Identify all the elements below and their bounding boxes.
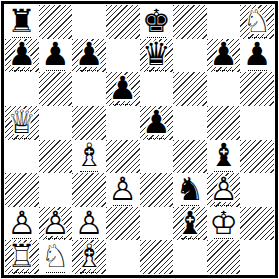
square-g7[interactable]: ♟♟: [207, 39, 241, 73]
piece-glyph: ♙: [106, 173, 140, 207]
piece-white-b-c1[interactable]: ♝♗: [72, 240, 106, 274]
piece-white-q-a5[interactable]: ♛♕: [5, 106, 39, 140]
piece-white-p-c2[interactable]: ♟♙: [72, 207, 106, 241]
piece-glyph: ♟: [39, 39, 73, 73]
square-c1[interactable]: ♝♗: [72, 240, 106, 274]
square-f5[interactable]: [173, 106, 207, 140]
piece-white-r-a1[interactable]: ♜♖: [5, 240, 39, 274]
square-d5[interactable]: [106, 106, 140, 140]
square-c3[interactable]: [72, 173, 106, 207]
piece-black-p-h7[interactable]: ♟♟: [240, 39, 274, 73]
square-e8[interactable]: ♚♚: [140, 5, 174, 39]
piece-black-p-c7[interactable]: ♟♟: [72, 39, 106, 73]
square-h7[interactable]: ♟♟: [240, 39, 274, 73]
piece-glyph: ♟: [140, 106, 174, 140]
square-c7[interactable]: ♟♟: [72, 39, 106, 73]
square-c5[interactable]: [72, 106, 106, 140]
piece-glyph: ♘: [240, 5, 274, 39]
square-g1[interactable]: [207, 240, 241, 274]
piece-black-p-d6[interactable]: ♟♟: [106, 72, 140, 106]
piece-glyph: ♟: [240, 39, 274, 73]
square-d7[interactable]: [106, 39, 140, 73]
square-f7[interactable]: [173, 39, 207, 73]
piece-glyph: ♗: [72, 140, 106, 174]
square-a6[interactable]: [5, 72, 39, 106]
piece-glyph: ♝: [173, 207, 207, 241]
square-b3[interactable]: [39, 173, 73, 207]
square-a1[interactable]: ♜♖: [5, 240, 39, 274]
square-h5[interactable]: [240, 106, 274, 140]
square-a7[interactable]: ♟♟: [5, 39, 39, 73]
chess-board: ♜♜♚♚♞♘♟♟♟♟♟♟♛♛♟♟♟♟♟♟♛♕♟♟♝♗♝♝♟♙♞♞♟♙♟♙♟♙♟♙…: [5, 5, 274, 274]
piece-black-q-e7[interactable]: ♛♛: [140, 39, 174, 73]
square-h8[interactable]: ♞♘: [240, 5, 274, 39]
piece-glyph: ♟: [106, 72, 140, 106]
square-b2[interactable]: ♟♙: [39, 207, 73, 241]
piece-white-p-b2[interactable]: ♟♙: [39, 207, 73, 241]
square-b7[interactable]: ♟♟: [39, 39, 73, 73]
piece-glyph: ♕: [5, 106, 39, 140]
square-d3[interactable]: ♟♙: [106, 173, 140, 207]
square-e6[interactable]: [140, 72, 174, 106]
square-b1[interactable]: ♞♘: [39, 240, 73, 274]
piece-black-p-g7[interactable]: ♟♟: [207, 39, 241, 73]
square-b5[interactable]: [39, 106, 73, 140]
piece-glyph: ♟: [207, 39, 241, 73]
square-h2[interactable]: [240, 207, 274, 241]
piece-glyph: ♙: [39, 207, 73, 241]
square-d4[interactable]: [106, 140, 140, 174]
square-c8[interactable]: [72, 5, 106, 39]
square-e1[interactable]: [140, 240, 174, 274]
piece-black-n-f3[interactable]: ♞♞: [173, 173, 207, 207]
square-f4[interactable]: [173, 140, 207, 174]
piece-black-k-e8[interactable]: ♚♚: [140, 5, 174, 39]
piece-black-p-b7[interactable]: ♟♟: [39, 39, 73, 73]
square-d1[interactable]: [106, 240, 140, 274]
square-d8[interactable]: [106, 5, 140, 39]
piece-white-b-c4[interactable]: ♝♗: [72, 140, 106, 174]
square-a4[interactable]: [5, 140, 39, 174]
square-g6[interactable]: [207, 72, 241, 106]
piece-black-r-a8[interactable]: ♜♜: [5, 5, 39, 39]
square-a8[interactable]: ♜♜: [5, 5, 39, 39]
piece-white-p-d3[interactable]: ♟♙: [106, 173, 140, 207]
piece-glyph: ♖: [5, 240, 39, 274]
square-h4[interactable]: [240, 140, 274, 174]
square-d2[interactable]: [106, 207, 140, 241]
piece-glyph: ♙: [207, 173, 241, 207]
square-f6[interactable]: [173, 72, 207, 106]
square-f8[interactable]: [173, 5, 207, 39]
square-e2[interactable]: [140, 207, 174, 241]
piece-glyph: ♚: [140, 5, 174, 39]
square-g3[interactable]: ♟♙: [207, 173, 241, 207]
chess-diagram: ♜♜♚♚♞♘♟♟♟♟♟♟♛♛♟♟♟♟♟♟♛♕♟♟♝♗♝♝♟♙♞♞♟♙♟♙♟♙♟♙…: [0, 0, 279, 279]
piece-white-n-b1[interactable]: ♞♘: [39, 240, 73, 274]
square-e7[interactable]: ♛♛: [140, 39, 174, 73]
piece-glyph: ♙: [5, 207, 39, 241]
board-frame: ♜♜♚♚♞♘♟♟♟♟♟♟♛♛♟♟♟♟♟♟♛♕♟♟♝♗♝♝♟♙♞♞♟♙♟♙♟♙♟♙…: [1, 1, 278, 278]
piece-white-p-g3[interactable]: ♟♙: [207, 173, 241, 207]
piece-white-n-h8[interactable]: ♞♘: [240, 5, 274, 39]
piece-white-p-a2[interactable]: ♟♙: [5, 207, 39, 241]
piece-glyph: ♗: [72, 240, 106, 274]
piece-black-p-a7[interactable]: ♟♟: [5, 39, 39, 73]
piece-glyph: ♝: [207, 140, 241, 174]
square-h3[interactable]: [240, 173, 274, 207]
square-c6[interactable]: [72, 72, 106, 106]
square-h6[interactable]: [240, 72, 274, 106]
piece-glyph: ♟: [72, 39, 106, 73]
square-g2[interactable]: ♚♔: [207, 207, 241, 241]
square-g4[interactable]: ♝♝: [207, 140, 241, 174]
piece-black-b-g4[interactable]: ♝♝: [207, 140, 241, 174]
square-g8[interactable]: [207, 5, 241, 39]
piece-glyph: ♟: [5, 39, 39, 73]
square-e3[interactable]: [140, 173, 174, 207]
square-a2[interactable]: ♟♙: [5, 207, 39, 241]
square-g5[interactable]: [207, 106, 241, 140]
piece-glyph: ♘: [39, 240, 73, 274]
square-c2[interactable]: ♟♙: [72, 207, 106, 241]
square-f1[interactable]: [173, 240, 207, 274]
square-b4[interactable]: [39, 140, 73, 174]
square-b6[interactable]: [39, 72, 73, 106]
piece-white-k-g2[interactable]: ♚♔: [207, 207, 241, 241]
piece-black-p-e5[interactable]: ♟♟: [140, 106, 174, 140]
square-f3[interactable]: ♞♞: [173, 173, 207, 207]
square-f2[interactable]: ♝♝: [173, 207, 207, 241]
piece-black-b-f2[interactable]: ♝♝: [173, 207, 207, 241]
square-c4[interactable]: ♝♗: [72, 140, 106, 174]
piece-glyph: ♔: [207, 207, 241, 241]
piece-glyph: ♛: [140, 39, 174, 73]
square-h1[interactable]: [240, 240, 274, 274]
square-d6[interactable]: ♟♟: [106, 72, 140, 106]
square-b8[interactable]: [39, 5, 73, 39]
piece-glyph: ♞: [173, 173, 207, 207]
square-a3[interactable]: [5, 173, 39, 207]
square-e5[interactable]: ♟♟: [140, 106, 174, 140]
piece-glyph: ♜: [5, 5, 39, 39]
square-a5[interactable]: ♛♕: [5, 106, 39, 140]
square-e4[interactable]: [140, 140, 174, 174]
piece-glyph: ♙: [72, 207, 106, 241]
